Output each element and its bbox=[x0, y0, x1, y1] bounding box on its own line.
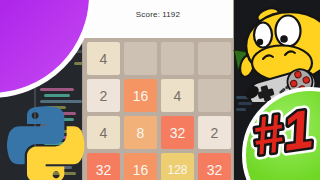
rank-badge-text: #1 bbox=[249, 98, 317, 166]
tile-2: 2 bbox=[87, 79, 120, 112]
board[interactable]: 4216448322321612832 bbox=[83, 38, 233, 180]
tile-128: 128 bbox=[161, 153, 194, 180]
game-window: Score: 1192 4216448322321612832 bbox=[82, 0, 234, 180]
empty-cell bbox=[198, 79, 231, 112]
tile-4: 4 bbox=[87, 116, 120, 149]
tile-4: 4 bbox=[87, 42, 120, 75]
python-logo-icon bbox=[7, 106, 85, 180]
score-label: Score: bbox=[136, 10, 160, 19]
score-bar: Score: 1192 bbox=[83, 0, 233, 38]
score-value: 1192 bbox=[162, 10, 180, 19]
empty-cell bbox=[161, 42, 194, 75]
mascot-right-eye bbox=[276, 16, 301, 47]
tile-16: 16 bbox=[124, 153, 157, 180]
empty-cell bbox=[124, 42, 157, 75]
mascot-right-pupil bbox=[280, 35, 288, 43]
code-line bbox=[44, 94, 70, 97]
rank-badge: #1 #1 bbox=[242, 87, 320, 180]
mascot-left-pupil bbox=[257, 39, 263, 45]
tile-4: 4 bbox=[161, 79, 194, 112]
mascot-left-eye bbox=[254, 23, 272, 48]
tile-2: 2 bbox=[198, 116, 231, 149]
code-line bbox=[236, 108, 246, 111]
tile-32: 32 bbox=[87, 153, 120, 180]
empty-cell bbox=[198, 42, 231, 75]
code-line bbox=[40, 88, 74, 91]
tile-16: 16 bbox=[124, 79, 157, 112]
tile-32: 32 bbox=[161, 116, 194, 149]
tile-8: 8 bbox=[124, 116, 157, 149]
code-line bbox=[40, 100, 82, 103]
tile-32: 32 bbox=[198, 153, 231, 180]
